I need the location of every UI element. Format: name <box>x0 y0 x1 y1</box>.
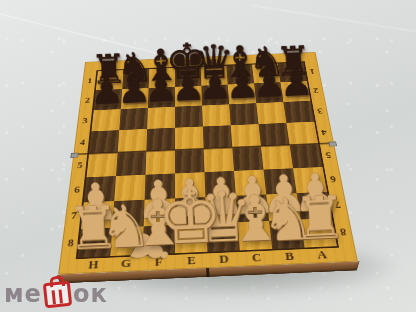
piece-dark-pawn[interactable]: ♟ <box>278 63 314 102</box>
pieces-layer: ♜♞♝♚♛♝♞♜♟♟♟♟♟♟♟♟♟♟♟♟♟♟♟♟♜♞♝♚♛♝♞♜ <box>58 52 358 275</box>
watermark-text-left: ме <box>4 280 42 308</box>
watermark: ме ок <box>4 280 108 308</box>
piece-light-king[interactable]: ♚ <box>155 179 223 255</box>
scene: HHGGFFEEDDCCBBAA1122334455667788 ♜♞♝♚♛♝♞… <box>0 0 416 312</box>
bag-handle-icon <box>49 275 65 288</box>
board-face: HHGGFFEEDDCCBBAA1122334455667788 ♜♞♝♚♛♝♞… <box>58 52 358 275</box>
watermark-bag-icon <box>43 281 72 309</box>
photo-canvas: { "game": "chess", "scene_description": … <box>0 0 416 312</box>
piece-light-rook[interactable]: ♜ <box>292 187 347 248</box>
watermark-text-right: ок <box>73 280 108 308</box>
fold-gap <box>206 268 210 277</box>
chess-board: HHGGFFEEDDCCBBAA1122334455667788 ♜♞♝♚♛♝♞… <box>58 52 358 275</box>
